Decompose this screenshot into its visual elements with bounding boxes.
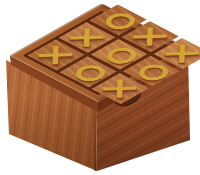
product-photo-canvas: ××○○○××○×: [0, 0, 200, 175]
piece-o-glyph[interactable]: ○: [97, 42, 141, 66]
box-corner-edge: [94, 107, 96, 171]
